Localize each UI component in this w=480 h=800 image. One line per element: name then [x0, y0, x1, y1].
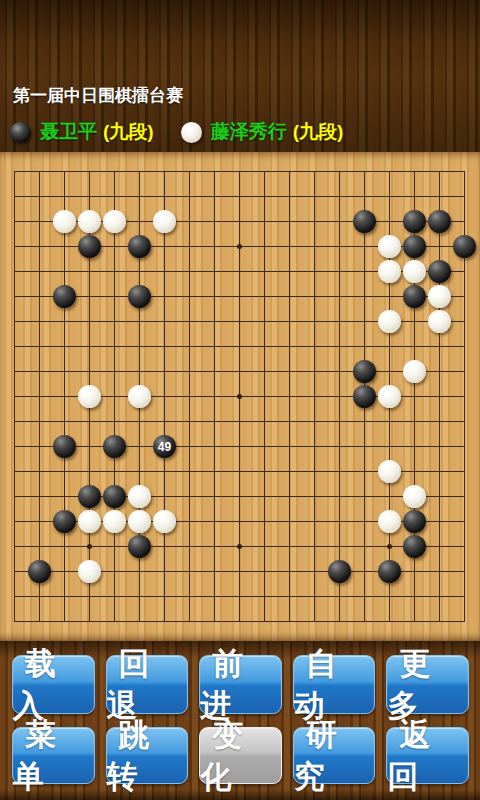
board-cell[interactable]	[227, 559, 252, 584]
board-cell[interactable]	[102, 259, 127, 284]
board-cell[interactable]	[152, 334, 177, 359]
board-cell[interactable]	[27, 159, 52, 184]
board-cell[interactable]	[377, 409, 402, 434]
board-cell[interactable]	[27, 409, 52, 434]
board-cell[interactable]	[327, 184, 352, 209]
board-cell[interactable]	[177, 384, 202, 409]
board-cell[interactable]	[352, 534, 377, 559]
board-cell[interactable]	[152, 384, 177, 409]
board-cell[interactable]	[52, 284, 77, 309]
board-cell[interactable]	[227, 159, 252, 184]
board-cell[interactable]	[152, 284, 177, 309]
board-cell[interactable]	[52, 259, 77, 284]
board-cell[interactable]	[102, 309, 127, 334]
board-cell[interactable]	[177, 259, 202, 284]
board-cell[interactable]	[202, 509, 227, 534]
board-cell[interactable]	[202, 534, 227, 559]
board-cell[interactable]	[77, 384, 102, 409]
board-cell[interactable]	[402, 484, 427, 509]
board-cell[interactable]	[277, 584, 302, 609]
board-cell[interactable]	[102, 459, 127, 484]
board-cell[interactable]	[277, 559, 302, 584]
board-cell[interactable]	[252, 209, 277, 234]
board-cell[interactable]	[402, 359, 427, 384]
board-cell[interactable]	[127, 534, 152, 559]
board-cell[interactable]	[102, 609, 127, 634]
board-cell[interactable]	[52, 484, 77, 509]
board-cell[interactable]	[77, 234, 102, 259]
board-cell[interactable]	[452, 559, 477, 584]
jump-button[interactable]: 跳转	[106, 727, 189, 784]
board-cell[interactable]	[227, 234, 252, 259]
board-cell[interactable]	[427, 334, 452, 359]
board-cell[interactable]	[302, 534, 327, 559]
board-cell[interactable]	[227, 459, 252, 484]
board-cell[interactable]	[77, 584, 102, 609]
board-cell[interactable]	[152, 584, 177, 609]
board-cell[interactable]	[302, 234, 327, 259]
board-cell[interactable]	[177, 184, 202, 209]
board-cell[interactable]	[102, 184, 127, 209]
board-cell[interactable]	[52, 184, 77, 209]
board-cell[interactable]	[2, 284, 27, 309]
board-cell[interactable]	[102, 384, 127, 409]
board-cell[interactable]	[277, 234, 302, 259]
board-cell[interactable]	[127, 609, 152, 634]
board-cell[interactable]	[2, 184, 27, 209]
board-cell[interactable]	[127, 284, 152, 309]
board-cell[interactable]	[152, 259, 177, 284]
board-cell[interactable]	[252, 609, 277, 634]
board-cell[interactable]	[452, 259, 477, 284]
board-cell[interactable]	[77, 459, 102, 484]
board-cell[interactable]	[27, 559, 52, 584]
board-cell[interactable]	[302, 409, 327, 434]
board-cell[interactable]	[427, 609, 452, 634]
board-cell[interactable]	[352, 284, 377, 309]
board-cell[interactable]	[77, 209, 102, 234]
board-cell[interactable]	[27, 334, 52, 359]
board-cell[interactable]	[352, 559, 377, 584]
board-cell[interactable]	[452, 509, 477, 534]
board-cell[interactable]	[27, 359, 52, 384]
board-cell[interactable]	[402, 609, 427, 634]
board-cell[interactable]	[302, 459, 327, 484]
board-cell[interactable]	[402, 259, 427, 284]
board-cell[interactable]	[352, 259, 377, 284]
board-cell[interactable]	[252, 459, 277, 484]
board-cell[interactable]	[252, 559, 277, 584]
board-cell[interactable]	[452, 159, 477, 184]
board-cell[interactable]	[202, 434, 227, 459]
board-cell[interactable]	[202, 234, 227, 259]
board-cell[interactable]	[102, 584, 127, 609]
board-cell[interactable]	[277, 359, 302, 384]
board-cell[interactable]	[102, 559, 127, 584]
board-cell[interactable]	[177, 409, 202, 434]
board-cell[interactable]	[202, 459, 227, 484]
board-cell[interactable]	[352, 484, 377, 509]
board-cell[interactable]	[127, 559, 152, 584]
board-cell[interactable]	[327, 434, 352, 459]
board-cell[interactable]	[2, 559, 27, 584]
board-cell[interactable]	[352, 584, 377, 609]
board-cell[interactable]	[427, 559, 452, 584]
board-cell[interactable]	[452, 609, 477, 634]
board-cell[interactable]	[102, 159, 127, 184]
board-cell[interactable]	[2, 534, 27, 559]
board-cell[interactable]	[302, 484, 327, 509]
board-cell[interactable]	[377, 484, 402, 509]
board-cell[interactable]: 49	[152, 434, 177, 459]
board-cell[interactable]	[402, 334, 427, 359]
board-cell[interactable]	[302, 159, 327, 184]
board-cell[interactable]	[352, 459, 377, 484]
board-cell[interactable]	[77, 434, 102, 459]
board-cell[interactable]	[427, 384, 452, 409]
menu-button[interactable]: 菜单	[12, 727, 95, 784]
board-cell[interactable]	[402, 209, 427, 234]
board-cell[interactable]	[202, 334, 227, 359]
board-cell[interactable]	[327, 209, 352, 234]
board-cell[interactable]	[177, 509, 202, 534]
board-cell[interactable]	[302, 184, 327, 209]
board-cell[interactable]	[27, 259, 52, 284]
board-cell[interactable]	[202, 559, 227, 584]
board-cell[interactable]	[2, 259, 27, 284]
board-cell[interactable]	[177, 284, 202, 309]
board-cell[interactable]	[252, 584, 277, 609]
board-cell[interactable]	[77, 484, 102, 509]
board-cell[interactable]	[352, 159, 377, 184]
board-cell[interactable]	[27, 609, 52, 634]
board-cell[interactable]	[427, 234, 452, 259]
board-cell[interactable]	[177, 609, 202, 634]
variation-button[interactable]: 变化	[199, 727, 282, 784]
board-cell[interactable]	[177, 484, 202, 509]
board-cell[interactable]	[327, 359, 352, 384]
board-cell[interactable]	[227, 309, 252, 334]
board-cell[interactable]	[327, 384, 352, 409]
board-cell[interactable]	[302, 259, 327, 284]
board-cell[interactable]	[27, 234, 52, 259]
board-cell[interactable]	[252, 259, 277, 284]
board-cell[interactable]	[377, 434, 402, 459]
board-cell[interactable]	[327, 534, 352, 559]
board-cell[interactable]	[452, 534, 477, 559]
board-cell[interactable]	[427, 509, 452, 534]
board-cell[interactable]	[127, 409, 152, 434]
board-cell[interactable]	[227, 359, 252, 384]
board-cell[interactable]	[152, 184, 177, 209]
board-cell[interactable]	[427, 459, 452, 484]
board-cell[interactable]	[252, 184, 277, 209]
board-cell[interactable]	[302, 384, 327, 409]
board-cell[interactable]	[152, 209, 177, 234]
board-cell[interactable]	[277, 609, 302, 634]
board-cell[interactable]	[102, 234, 127, 259]
board-cell[interactable]	[277, 209, 302, 234]
board-cell[interactable]	[102, 409, 127, 434]
board-cell[interactable]	[177, 584, 202, 609]
board-cell[interactable]	[352, 334, 377, 359]
board-cell[interactable]	[52, 409, 77, 434]
board-cell[interactable]	[177, 209, 202, 234]
board-cell[interactable]	[102, 509, 127, 534]
board-cell[interactable]	[277, 159, 302, 184]
board-cell[interactable]	[77, 359, 102, 384]
board-cell[interactable]	[177, 459, 202, 484]
board-cell[interactable]	[402, 584, 427, 609]
board-cell[interactable]	[377, 284, 402, 309]
board-cell[interactable]	[77, 559, 102, 584]
board-cell[interactable]	[277, 484, 302, 509]
board-cell[interactable]	[102, 534, 127, 559]
board-cell[interactable]	[452, 409, 477, 434]
board-cell[interactable]	[377, 584, 402, 609]
board-cell[interactable]	[52, 359, 77, 384]
board-cell[interactable]	[77, 409, 102, 434]
board-cell[interactable]	[27, 534, 52, 559]
board-cell[interactable]	[27, 459, 52, 484]
board-cell[interactable]	[352, 609, 377, 634]
go-board[interactable]: 49	[2, 159, 477, 634]
board-cell[interactable]	[177, 159, 202, 184]
board-cell[interactable]	[2, 434, 27, 459]
board-cell[interactable]	[377, 234, 402, 259]
board-cell[interactable]	[52, 434, 77, 459]
board-cell[interactable]	[302, 209, 327, 234]
board-cell[interactable]	[152, 309, 177, 334]
board-cell[interactable]	[77, 284, 102, 309]
board-cell[interactable]	[327, 584, 352, 609]
board-cell[interactable]	[327, 559, 352, 584]
board-cell[interactable]	[377, 459, 402, 484]
board-cell[interactable]	[127, 359, 152, 384]
board-cell[interactable]	[152, 159, 177, 184]
board-cell[interactable]	[452, 359, 477, 384]
board-cell[interactable]	[402, 384, 427, 409]
board-cell[interactable]	[202, 309, 227, 334]
board-cell[interactable]	[2, 159, 27, 184]
board-cell[interactable]	[202, 159, 227, 184]
study-button[interactable]: 研究	[293, 727, 376, 784]
board-cell[interactable]	[52, 509, 77, 534]
board-cell[interactable]	[2, 384, 27, 409]
board-cell[interactable]	[277, 184, 302, 209]
board-cell[interactable]	[377, 334, 402, 359]
board-cell[interactable]	[252, 484, 277, 509]
board-cell[interactable]	[327, 609, 352, 634]
back-button[interactable]: 返回	[386, 727, 469, 784]
board-cell[interactable]	[277, 459, 302, 484]
board-cell[interactable]	[127, 459, 152, 484]
board-cell[interactable]	[252, 534, 277, 559]
board-cell[interactable]	[227, 384, 252, 409]
board-cell[interactable]	[227, 509, 252, 534]
board-cell[interactable]	[177, 309, 202, 334]
board-cell[interactable]	[452, 584, 477, 609]
board-cell[interactable]	[427, 209, 452, 234]
board-cell[interactable]	[127, 434, 152, 459]
board-cell[interactable]	[377, 384, 402, 409]
board-cell[interactable]	[252, 409, 277, 434]
more-button[interactable]: 更多	[386, 655, 469, 714]
board-cell[interactable]	[202, 209, 227, 234]
board-cell[interactable]	[252, 234, 277, 259]
board-cell[interactable]	[452, 184, 477, 209]
board-cell[interactable]	[52, 609, 77, 634]
board-cell[interactable]	[52, 309, 77, 334]
board-cell[interactable]	[327, 409, 352, 434]
board-cell[interactable]	[402, 284, 427, 309]
board-cell[interactable]	[452, 234, 477, 259]
board-cell[interactable]	[277, 434, 302, 459]
board-cell[interactable]	[327, 309, 352, 334]
board-cell[interactable]	[277, 509, 302, 534]
board-cell[interactable]	[2, 234, 27, 259]
board-cell[interactable]	[52, 159, 77, 184]
board-cell[interactable]	[377, 184, 402, 209]
board-cell[interactable]	[427, 309, 452, 334]
board-cell[interactable]	[377, 509, 402, 534]
board-cell[interactable]	[452, 384, 477, 409]
board-cell[interactable]	[302, 334, 327, 359]
board-cell[interactable]	[327, 509, 352, 534]
board-cell[interactable]	[127, 309, 152, 334]
board-cell[interactable]	[52, 584, 77, 609]
board-cell[interactable]	[2, 484, 27, 509]
board-cell[interactable]	[277, 309, 302, 334]
board-cell[interactable]	[102, 334, 127, 359]
board-cell[interactable]	[177, 334, 202, 359]
board-cell[interactable]	[27, 309, 52, 334]
board-cell[interactable]	[227, 534, 252, 559]
board-cell[interactable]	[152, 459, 177, 484]
board-cell[interactable]	[52, 384, 77, 409]
board-cell[interactable]	[2, 409, 27, 434]
board-cell[interactable]	[452, 434, 477, 459]
board-cell[interactable]	[377, 209, 402, 234]
board-cell[interactable]	[202, 259, 227, 284]
board-cell[interactable]	[227, 584, 252, 609]
board-cell[interactable]	[127, 159, 152, 184]
board-cell[interactable]	[52, 234, 77, 259]
board-cell[interactable]	[152, 359, 177, 384]
board-cell[interactable]	[302, 509, 327, 534]
board-cell[interactable]	[227, 609, 252, 634]
board-cell[interactable]	[452, 459, 477, 484]
board-cell[interactable]	[2, 609, 27, 634]
board-cell[interactable]	[227, 409, 252, 434]
board-cell[interactable]	[2, 584, 27, 609]
forward-button[interactable]: 前进	[199, 655, 282, 714]
board-cell[interactable]	[252, 309, 277, 334]
board-cell[interactable]	[402, 234, 427, 259]
board-cell[interactable]	[302, 284, 327, 309]
board-cell[interactable]	[202, 184, 227, 209]
board-cell[interactable]	[177, 559, 202, 584]
board-cell[interactable]	[427, 434, 452, 459]
board-cell[interactable]	[77, 259, 102, 284]
board-cell[interactable]	[377, 559, 402, 584]
board-cell[interactable]	[52, 459, 77, 484]
board-cell[interactable]	[102, 209, 127, 234]
board-cell[interactable]	[77, 509, 102, 534]
board-cell[interactable]	[102, 359, 127, 384]
board-cell[interactable]	[27, 484, 52, 509]
board-cell[interactable]	[302, 434, 327, 459]
undo-button[interactable]: 回退	[106, 655, 189, 714]
board-cell[interactable]	[102, 434, 127, 459]
board-cell[interactable]	[277, 334, 302, 359]
board-cell[interactable]	[377, 159, 402, 184]
board-cell[interactable]	[277, 284, 302, 309]
board-cell[interactable]	[27, 284, 52, 309]
board-cell[interactable]	[52, 559, 77, 584]
board-cell[interactable]	[27, 209, 52, 234]
board-cell[interactable]	[77, 184, 102, 209]
board-cell[interactable]	[352, 184, 377, 209]
board-cell[interactable]	[277, 384, 302, 409]
board-cell[interactable]	[27, 584, 52, 609]
board-cell[interactable]	[127, 184, 152, 209]
board-cell[interactable]	[302, 309, 327, 334]
board-cell[interactable]	[127, 334, 152, 359]
board-cell[interactable]	[152, 534, 177, 559]
board-cell[interactable]	[352, 309, 377, 334]
board-cell[interactable]	[402, 559, 427, 584]
board-cell[interactable]	[127, 584, 152, 609]
board-cell[interactable]	[352, 234, 377, 259]
board-cell[interactable]	[427, 409, 452, 434]
board-cell[interactable]	[52, 534, 77, 559]
board-cell[interactable]	[277, 534, 302, 559]
board-cell[interactable]	[302, 359, 327, 384]
board-cell[interactable]	[127, 484, 152, 509]
board-cell[interactable]	[127, 234, 152, 259]
board-cell[interactable]	[227, 209, 252, 234]
board-cell[interactable]	[452, 309, 477, 334]
board-cell[interactable]	[352, 359, 377, 384]
board-cell[interactable]	[427, 534, 452, 559]
board-cell[interactable]	[27, 434, 52, 459]
board-cell[interactable]	[227, 184, 252, 209]
board-cell[interactable]	[127, 384, 152, 409]
board-cell[interactable]	[252, 159, 277, 184]
board-cell[interactable]	[277, 409, 302, 434]
board-cell[interactable]	[227, 284, 252, 309]
board-cell[interactable]	[102, 284, 127, 309]
board-cell[interactable]	[402, 459, 427, 484]
board-cell[interactable]	[327, 234, 352, 259]
board-cell[interactable]	[27, 184, 52, 209]
board-cell[interactable]	[2, 209, 27, 234]
board-cell[interactable]	[377, 259, 402, 284]
board-cell[interactable]	[252, 359, 277, 384]
board-cell[interactable]	[77, 334, 102, 359]
board-cell[interactable]	[202, 284, 227, 309]
board-cell[interactable]	[202, 484, 227, 509]
board-cell[interactable]	[377, 534, 402, 559]
board-cell[interactable]	[177, 234, 202, 259]
board-cell[interactable]	[327, 334, 352, 359]
board-cell[interactable]	[2, 509, 27, 534]
board-cell[interactable]	[427, 359, 452, 384]
board-cell[interactable]	[2, 359, 27, 384]
board-cell[interactable]	[427, 284, 452, 309]
board-cell[interactable]	[227, 484, 252, 509]
